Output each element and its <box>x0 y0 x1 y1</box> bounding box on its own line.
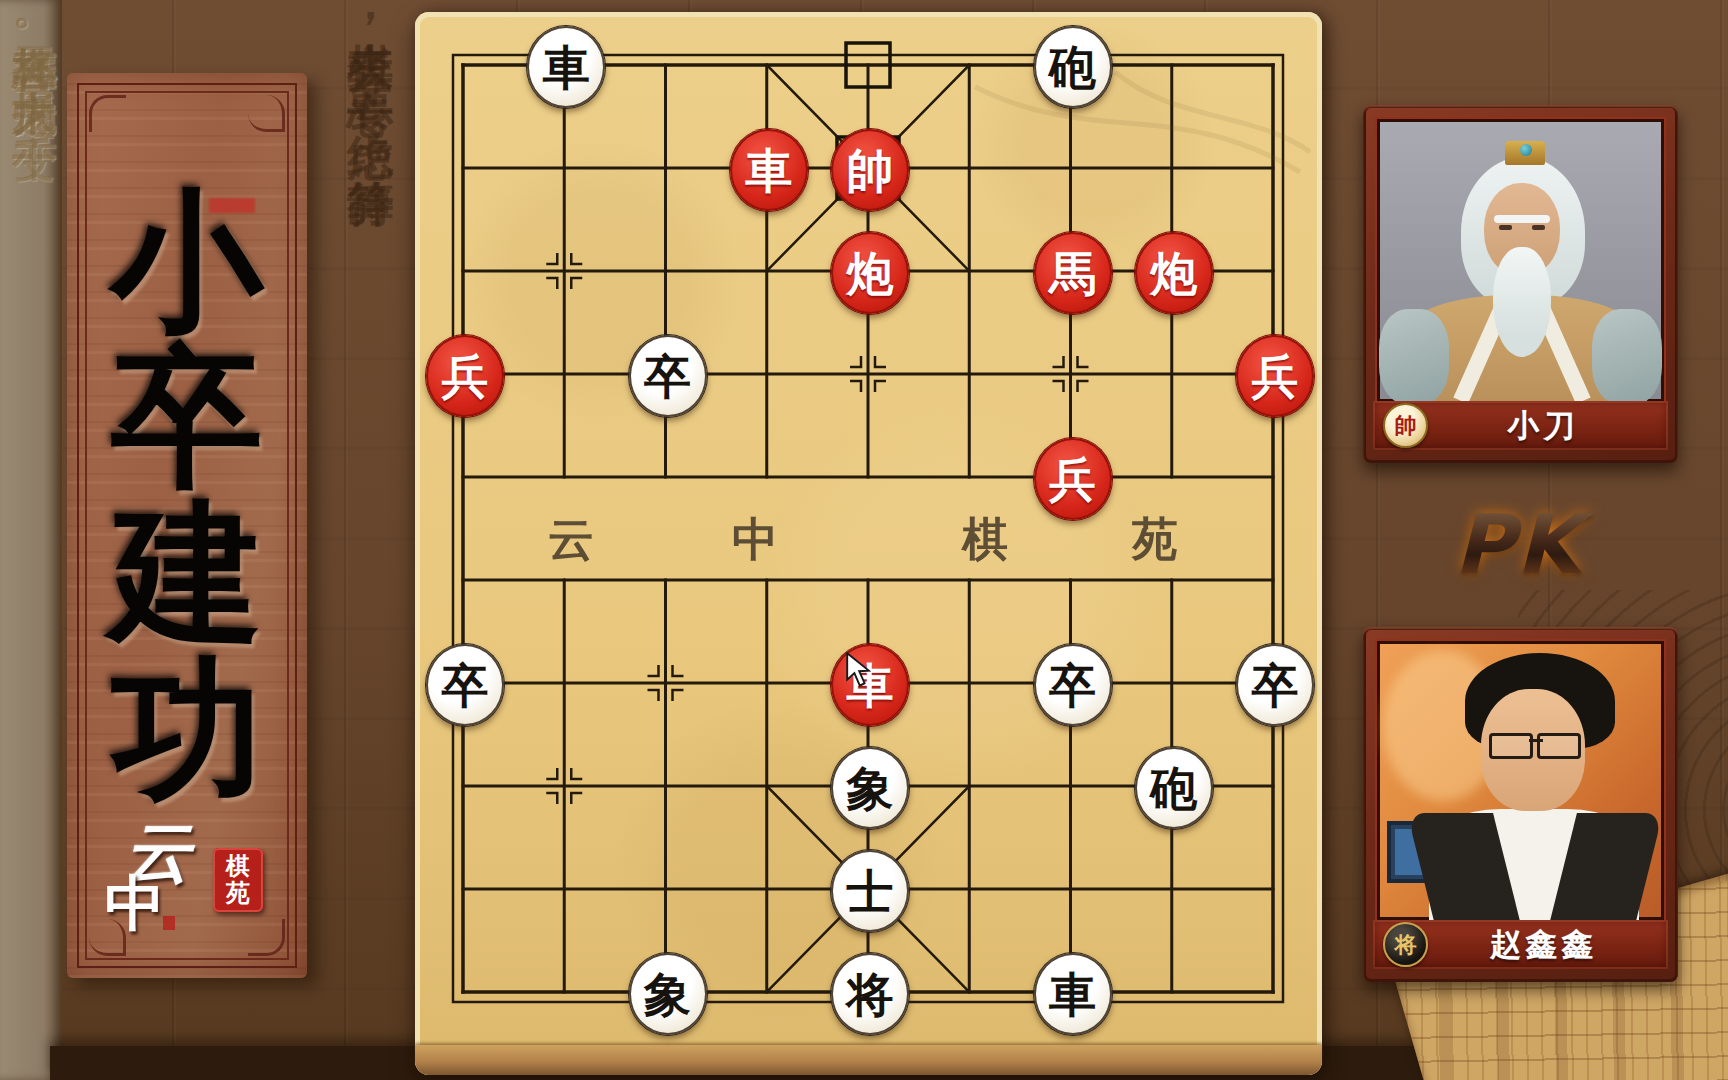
piece-red-兵[interactable]: 兵 <box>1034 438 1112 520</box>
plaque-corner-ornament <box>89 95 126 132</box>
piece-black-車[interactable]: 車 <box>1034 953 1112 1035</box>
piece-glyph: 砲 <box>1150 765 1197 812</box>
piece-black-卒[interactable]: 卒 <box>629 335 707 417</box>
calligraphy-left-column: 无喜怒挂杯。大抵一局之中，千变 <box>6 12 64 100</box>
svg-text:中: 中 <box>732 512 778 566</box>
piece-black-象[interactable]: 象 <box>629 953 707 1035</box>
name-plate-bottom: 将 赵鑫鑫 <box>1373 920 1668 969</box>
piece-black-卒[interactable]: 卒 <box>426 644 504 726</box>
plaque-corner-ornament <box>248 95 285 132</box>
piece-glyph: 炮 <box>1150 250 1197 297</box>
svg-text:云: 云 <box>548 512 594 566</box>
piece-glyph: 車 <box>543 44 590 91</box>
piece-black-車[interactable]: 車 <box>527 26 605 108</box>
piece-glyph: 象 <box>644 971 691 1018</box>
piece-black-士[interactable]: 士 <box>831 850 909 932</box>
portrait-crown-gem <box>1520 144 1532 156</box>
logo-seal-char: 棋 <box>226 854 250 879</box>
piece-glyph: 車 <box>745 147 792 194</box>
svg-text:苑: 苑 <box>1131 512 1178 566</box>
portrait-glasses <box>1489 733 1581 755</box>
svg-text:棋: 棋 <box>960 512 1008 566</box>
piece-red-馬[interactable]: 馬 <box>1034 232 1112 314</box>
piece-black-砲[interactable]: 砲 <box>1135 747 1213 829</box>
piece-glyph: 兵 <box>442 353 489 400</box>
plaque-title-char: 卒 <box>67 341 307 493</box>
player-card-top: 帥 小刀 <box>1363 105 1678 463</box>
piece-black-砲[interactable]: 砲 <box>1034 26 1112 108</box>
xiangqi-game-screen: 无喜怒挂杯。大抵一局之中，千变 夫弈棋者，要专心、绝虑、静算待 小 卒 建 功 … <box>0 0 1728 1080</box>
player-portrait-top <box>1377 119 1664 402</box>
piece-glyph: 車 <box>1049 971 1096 1018</box>
piece-red-炮[interactable]: 炮 <box>1135 232 1213 314</box>
black-general-badge: 将 <box>1383 922 1428 967</box>
yunzhong-qiyuan-logo: 云 中 棋 苑 <box>67 820 307 950</box>
piece-black-卒[interactable]: 卒 <box>1236 644 1314 726</box>
player-name-bottom: 赵鑫鑫 <box>1428 924 1668 966</box>
piece-black-象[interactable]: 象 <box>831 747 909 829</box>
portrait-shoulder <box>1592 309 1662 402</box>
piece-red-車[interactable]: 車 <box>730 129 808 211</box>
calligraphy-mid-column: 夫弈棋者，要专心、绝虑、静算待 <box>338 6 403 144</box>
piece-glyph: 砲 <box>1049 44 1096 91</box>
piece-glyph: 馬 <box>1049 250 1096 297</box>
piece-red-兵[interactable]: 兵 <box>1236 335 1314 417</box>
piece-black-将[interactable]: 将 <box>831 953 909 1035</box>
plaque-title-char: 功 <box>67 653 307 805</box>
player-card-bottom: 将 赵鑫鑫 <box>1363 627 1678 982</box>
piece-glyph: 卒 <box>442 662 489 709</box>
piece-red-兵[interactable]: 兵 <box>426 335 504 417</box>
logo-seal-char: 苑 <box>226 881 250 906</box>
xiangqi-board[interactable]: 云中棋苑 車砲車帥炮馬炮兵卒兵兵卒車卒卒象砲士象将車 <box>415 12 1322 1075</box>
piece-black-卒[interactable]: 卒 <box>1034 644 1112 726</box>
mouse-cursor-icon <box>843 652 873 688</box>
piece-glyph: 帥 <box>847 147 894 194</box>
piece-glyph: 卒 <box>1252 662 1299 709</box>
red-general-badge: 帥 <box>1383 403 1428 448</box>
portrait-shoulder <box>1379 309 1449 402</box>
logo-seal-dot <box>163 916 175 930</box>
piece-glyph: 炮 <box>847 250 894 297</box>
portrait-brow <box>1494 215 1550 223</box>
portrait-eye <box>1532 225 1545 230</box>
piece-glyph: 象 <box>847 765 894 812</box>
plaque-title-char: 建 <box>67 497 307 649</box>
name-plate-top: 帥 小刀 <box>1373 401 1668 450</box>
logo-red-seal: 棋 苑 <box>213 848 263 912</box>
portrait-beard <box>1493 247 1551 357</box>
piece-glyph: 士 <box>847 868 894 915</box>
logo-char-zhong: 中 <box>105 864 165 945</box>
piece-glyph: 卒 <box>1049 662 1096 709</box>
left-wood-strip <box>0 0 62 1080</box>
title-plaque: 小 卒 建 功 云 中 棋 苑 <box>67 73 307 978</box>
piece-glyph: 兵 <box>1049 456 1096 503</box>
plaque-title-char: 小 <box>67 185 307 337</box>
piece-glyph: 兵 <box>1252 353 1299 400</box>
portrait-eye <box>1499 225 1512 230</box>
piece-red-炮[interactable]: 炮 <box>831 232 909 314</box>
piece-glyph: 将 <box>847 971 894 1018</box>
pk-versus-emblem: PK <box>1430 492 1605 597</box>
piece-glyph: 卒 <box>644 353 691 400</box>
piece-red-帥[interactable]: 帥 <box>831 129 909 211</box>
player-portrait-bottom <box>1377 641 1664 920</box>
player-name-top: 小刀 <box>1428 405 1668 447</box>
